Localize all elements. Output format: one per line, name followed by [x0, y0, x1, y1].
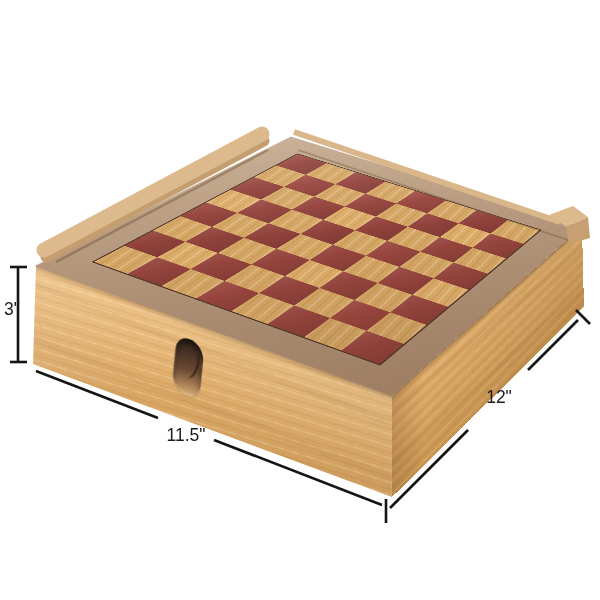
product-photo-scene: 3" 11.5" 12"	[0, 0, 600, 600]
finger-hole	[172, 333, 205, 401]
width-dimension-label: 11.5"	[156, 425, 216, 445]
height-dimension-label: 3"	[0, 299, 26, 319]
depth-dimension-label: 12"	[480, 387, 518, 407]
